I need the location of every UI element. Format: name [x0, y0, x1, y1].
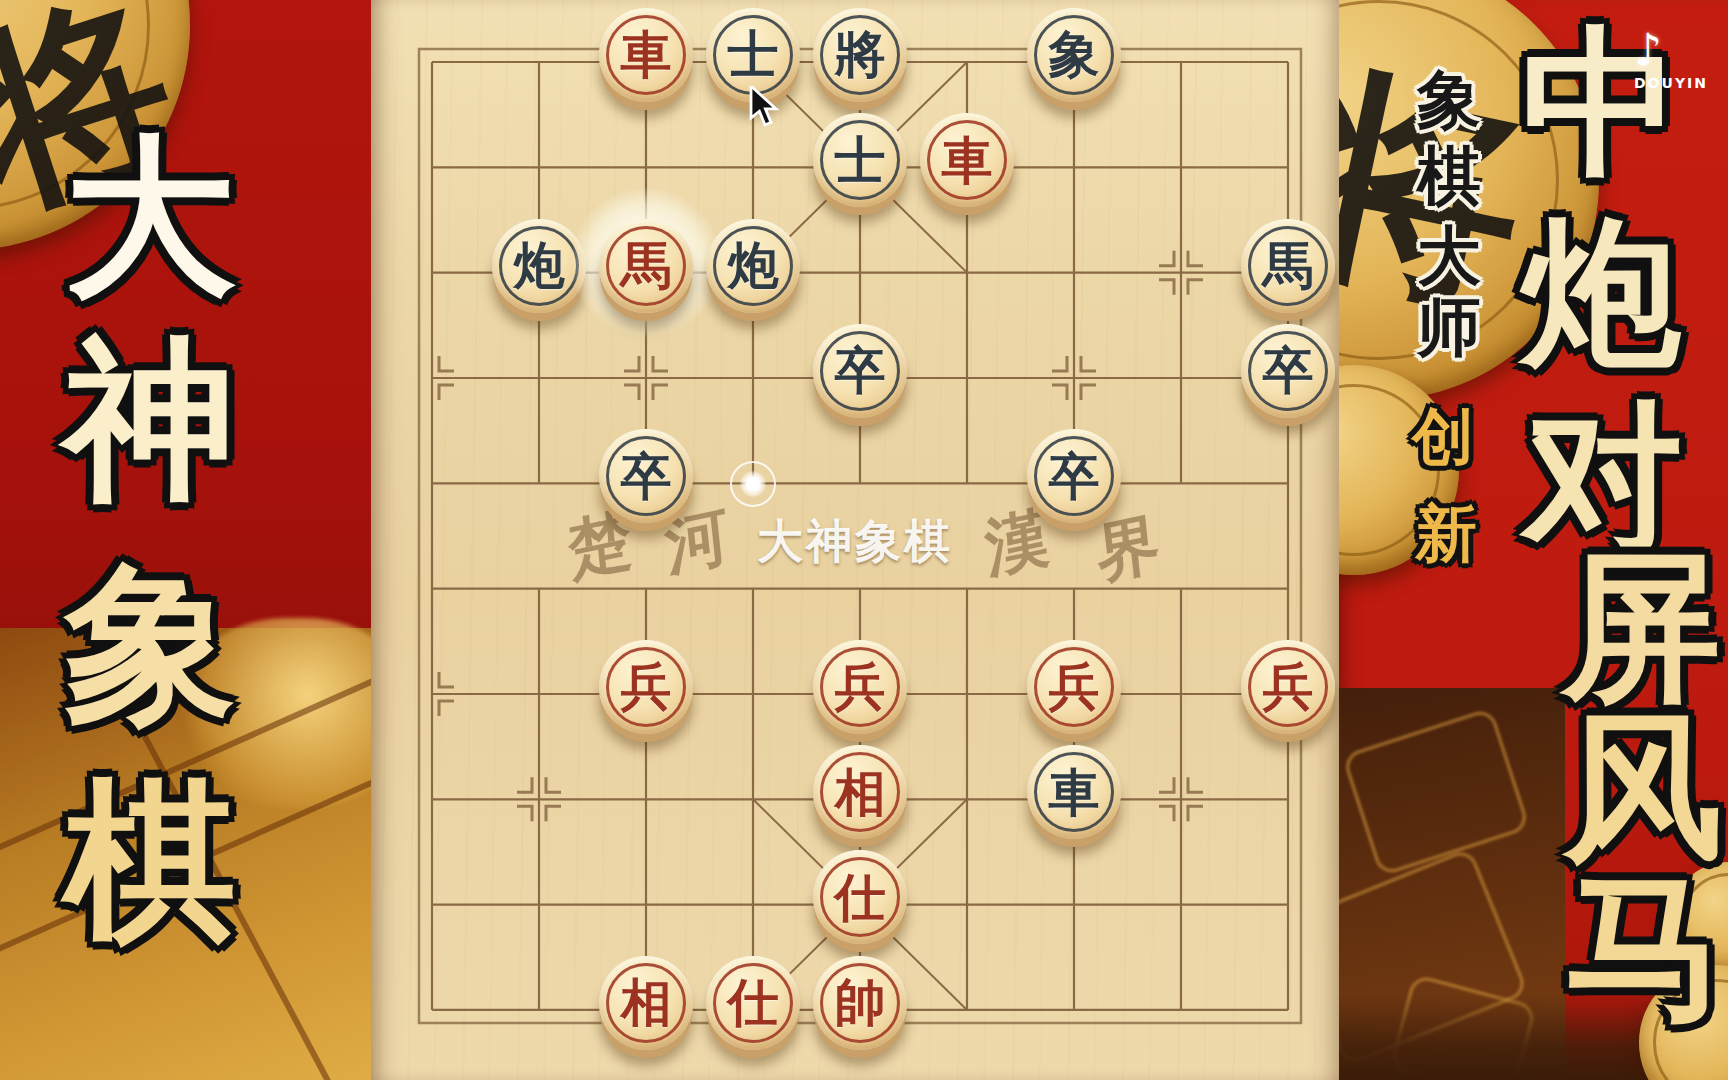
piece-red-elephant[interactable]: 相 — [593, 957, 700, 1062]
piece-glyph: 車 — [1049, 767, 1100, 818]
piece-glyph: 卒 — [621, 451, 672, 502]
piece-black-soldier[interactable]: 卒 — [593, 430, 700, 535]
lb-title-char-1: 神 — [64, 306, 236, 538]
xiangqi-board[interactable]: 楚 河 漢 界 大神象棋 車士將象士車炮馬炮馬卒卒卒卒兵兵兵兵相車仕相仕帥 — [371, 0, 1339, 1080]
piece-red-advisor[interactable]: 仕 — [807, 852, 914, 957]
piece-black-advisor[interactable]: 士 — [807, 115, 914, 220]
piece-glyph: 卒 — [835, 345, 886, 396]
douyin-logo: ♪ DOUYIN — [1634, 24, 1728, 91]
piece-glyph: 兵 — [1049, 661, 1100, 712]
piece-red-soldier[interactable]: 兵 — [1021, 641, 1128, 746]
piece-glyph: 兵 — [835, 661, 886, 712]
piece-glyph: 馬 — [621, 240, 672, 291]
piece-glyph: 帥 — [835, 977, 886, 1028]
mouse-cursor-icon — [749, 86, 789, 130]
rb-sub-char-1: 棋 — [1417, 133, 1481, 220]
piece-black-chariot[interactable]: 車 — [1021, 746, 1128, 851]
piece-glyph: 炮 — [514, 240, 565, 291]
piece-glyph: 兵 — [1263, 661, 1314, 712]
rb-accent-char-0: 创 — [1412, 395, 1474, 479]
piece-black-soldier[interactable]: 卒 — [1235, 325, 1342, 430]
piece-glyph: 仕 — [835, 872, 886, 923]
douyin-note-icon: ♪ — [1634, 24, 1728, 75]
piece-glyph: 兵 — [621, 661, 672, 712]
piece-glyph: 相 — [621, 977, 672, 1028]
piece-glyph: 士 — [728, 29, 779, 80]
piece-glyph: 車 — [942, 135, 993, 186]
rb-title-char-5: 马 — [1565, 842, 1725, 1058]
piece-glyph: 相 — [835, 767, 886, 818]
lb-title-char-3: 棋 — [64, 747, 236, 979]
left-banner: 帅 将 大神象棋 — [0, 0, 371, 1080]
piece-red-general[interactable]: 帥 — [807, 957, 914, 1062]
piece-glyph: 車 — [621, 29, 672, 80]
piece-black-elephant[interactable]: 象 — [1021, 9, 1128, 114]
piece-black-cannon[interactable]: 炮 — [700, 220, 807, 325]
piece-red-elephant[interactable]: 相 — [807, 746, 914, 851]
piece-black-soldier[interactable]: 卒 — [1021, 430, 1128, 535]
rb-title-char-1: 炮 — [1521, 187, 1681, 403]
piece-glyph: 仕 — [728, 977, 779, 1028]
piece-black-general[interactable]: 將 — [807, 9, 914, 114]
lb-title-char-0: 大 — [64, 104, 236, 336]
piece-glyph: 將 — [835, 29, 886, 80]
piece-glyph: 卒 — [1263, 345, 1314, 396]
rb-sub-char-3: 师 — [1417, 284, 1481, 371]
piece-red-advisor[interactable]: 仕 — [700, 957, 807, 1062]
right-banner: 将 象棋大师 创新 中炮对屏风马 ♪ DOUYIN — [1339, 0, 1728, 1080]
rb-accent-char-1: 新 — [1415, 492, 1477, 576]
piece-black-soldier[interactable]: 卒 — [807, 325, 914, 430]
piece-red-horse[interactable]: 馬 — [593, 220, 700, 325]
piece-red-chariot[interactable]: 車 — [593, 9, 700, 114]
piece-black-horse[interactable]: 馬 — [1235, 220, 1342, 325]
video-frame: 楚 河 漢 界 大神象棋 車士將象士車炮馬炮馬卒卒卒卒兵兵兵兵相車仕相仕帥 帅 — [0, 0, 1728, 1080]
piece-glyph: 士 — [835, 135, 886, 186]
piece-red-chariot[interactable]: 車 — [914, 115, 1021, 220]
sparkle-effect — [730, 461, 776, 507]
piece-glyph: 象 — [1049, 29, 1100, 80]
lb-title-char-2: 象 — [64, 531, 236, 763]
piece-glyph: 馬 — [1263, 240, 1314, 291]
piece-glyph: 卒 — [1049, 451, 1100, 502]
pieces-grid[interactable]: 車士將象士車炮馬炮馬卒卒卒卒兵兵兵兵相車仕相仕帥 — [379, 9, 1342, 1062]
piece-glyph: 炮 — [728, 240, 779, 291]
piece-red-soldier[interactable]: 兵 — [807, 641, 914, 746]
douyin-brand-text: DOUYIN — [1634, 75, 1728, 91]
piece-red-soldier[interactable]: 兵 — [593, 641, 700, 746]
piece-red-soldier[interactable]: 兵 — [1235, 641, 1342, 746]
rb-sub-char-0: 象 — [1417, 57, 1481, 144]
